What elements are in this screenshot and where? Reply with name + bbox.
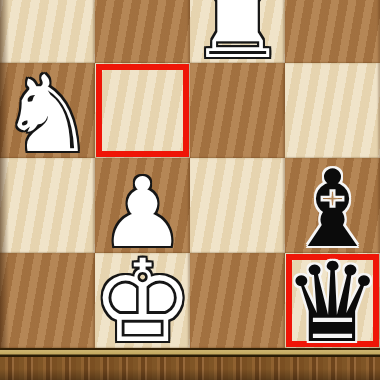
white-king-b1[interactable]: ♚ [95, 253, 190, 348]
square-a1[interactable] [0, 253, 95, 348]
square-d3[interactable] [285, 63, 380, 158]
chess-board[interactable]: ♜♞♟♝♚♛ [0, 0, 380, 380]
white-knight-icon: ♞ [0, 62, 95, 168]
board-bottom-frame [0, 348, 380, 380]
black-queen-icon: ♛ [283, 248, 380, 358]
square-d4[interactable] [285, 0, 380, 63]
last-move-highlight-b3 [96, 64, 189, 157]
square-b4[interactable] [95, 0, 190, 63]
white-knight-a3[interactable]: ♞ [0, 63, 95, 158]
white-rook-icon: ♜ [187, 0, 287, 74]
white-rook-c4[interactable]: ♜ [190, 0, 285, 63]
chess-app-board-view: ♜♞♟♝♚♛ [0, 0, 380, 380]
square-c2[interactable] [190, 158, 285, 253]
white-king-icon: ♚ [91, 245, 193, 359]
black-queen-d1[interactable]: ♛ [285, 253, 380, 348]
square-c1[interactable] [190, 253, 285, 348]
